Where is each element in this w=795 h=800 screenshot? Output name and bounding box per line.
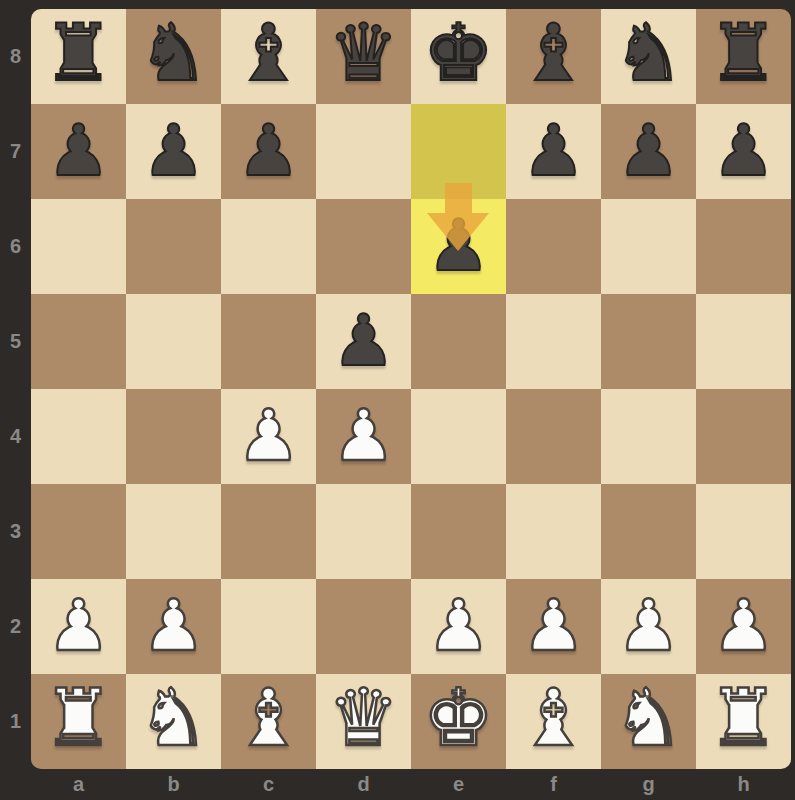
square-b6[interactable] (126, 199, 221, 294)
file-label-c: c (221, 769, 316, 800)
file-labels: abcdefgh (31, 769, 791, 800)
square-b1[interactable]: ♞ (126, 674, 221, 769)
piece-white-pawn[interactable]: ♟ (332, 400, 396, 471)
square-a8[interactable]: ♜ (31, 9, 126, 104)
piece-black-queen[interactable]: ♛ (328, 14, 399, 93)
square-h4[interactable] (696, 389, 791, 484)
square-h3[interactable] (696, 484, 791, 579)
file-label-a: a (31, 769, 126, 800)
piece-black-pawn[interactable]: ♟ (617, 115, 681, 186)
file-label-d: d (316, 769, 411, 800)
square-g3[interactable] (601, 484, 696, 579)
file-label-h: h (696, 769, 791, 800)
square-c4[interactable]: ♟ (221, 389, 316, 484)
square-d4[interactable]: ♟ (316, 389, 411, 484)
square-e8[interactable]: ♚ (411, 9, 506, 104)
square-c6[interactable] (221, 199, 316, 294)
square-a2[interactable]: ♟ (31, 579, 126, 674)
square-g1[interactable]: ♞ (601, 674, 696, 769)
square-c7[interactable]: ♟ (221, 104, 316, 199)
piece-black-pawn[interactable]: ♟ (712, 115, 776, 186)
square-f2[interactable]: ♟ (506, 579, 601, 674)
square-h6[interactable] (696, 199, 791, 294)
square-b8[interactable]: ♞ (126, 9, 221, 104)
piece-white-knight[interactable]: ♞ (138, 679, 209, 758)
square-g7[interactable]: ♟ (601, 104, 696, 199)
square-h2[interactable]: ♟ (696, 579, 791, 674)
rank-label-2: 2 (0, 579, 31, 674)
square-b4[interactable] (126, 389, 221, 484)
square-b3[interactable] (126, 484, 221, 579)
square-d8[interactable]: ♛ (316, 9, 411, 104)
square-b7[interactable]: ♟ (126, 104, 221, 199)
piece-white-pawn[interactable]: ♟ (712, 590, 776, 661)
square-a4[interactable] (31, 389, 126, 484)
piece-black-pawn[interactable]: ♟ (47, 115, 111, 186)
chess-app: 87654321 abcdefgh ♜♞♝♛♚♝♞♜♟♟♟♟♟♟♟♟♟♟♟♟♟♟… (0, 0, 795, 800)
rank-label-4: 4 (0, 389, 31, 484)
square-e1[interactable]: ♚ (411, 674, 506, 769)
square-a5[interactable] (31, 294, 126, 389)
square-g4[interactable] (601, 389, 696, 484)
square-d3[interactable] (316, 484, 411, 579)
square-e7[interactable] (411, 104, 506, 199)
piece-white-pawn[interactable]: ♟ (142, 590, 206, 661)
piece-black-pawn[interactable]: ♟ (142, 115, 206, 186)
square-b5[interactable] (126, 294, 221, 389)
piece-black-pawn[interactable]: ♟ (237, 115, 301, 186)
piece-black-pawn[interactable]: ♟ (427, 210, 491, 281)
rank-label-6: 6 (0, 199, 31, 294)
square-f4[interactable] (506, 389, 601, 484)
square-c3[interactable] (221, 484, 316, 579)
piece-black-knight[interactable]: ♞ (138, 14, 209, 93)
piece-white-king[interactable]: ♚ (423, 679, 494, 758)
piece-black-king[interactable]: ♚ (423, 14, 494, 93)
piece-white-rook[interactable]: ♜ (43, 679, 114, 758)
rank-label-3: 3 (0, 484, 31, 579)
square-b2[interactable]: ♟ (126, 579, 221, 674)
piece-white-pawn[interactable]: ♟ (522, 590, 586, 661)
square-a6[interactable] (31, 199, 126, 294)
file-label-e: e (411, 769, 506, 800)
piece-black-bishop[interactable]: ♝ (233, 14, 304, 93)
file-label-b: b (126, 769, 221, 800)
piece-white-knight[interactable]: ♞ (613, 679, 684, 758)
piece-white-rook[interactable]: ♜ (708, 679, 779, 758)
square-d1[interactable]: ♛ (316, 674, 411, 769)
square-f5[interactable] (506, 294, 601, 389)
square-f6[interactable] (506, 199, 601, 294)
piece-white-pawn[interactable]: ♟ (237, 400, 301, 471)
rank-label-8: 8 (0, 9, 31, 104)
square-a7[interactable]: ♟ (31, 104, 126, 199)
square-h1[interactable]: ♜ (696, 674, 791, 769)
piece-black-bishop[interactable]: ♝ (518, 14, 589, 93)
rank-label-7: 7 (0, 104, 31, 199)
rank-label-5: 5 (0, 294, 31, 389)
square-g5[interactable] (601, 294, 696, 389)
square-e2[interactable]: ♟ (411, 579, 506, 674)
chess-board[interactable]: ♜♞♝♛♚♝♞♜♟♟♟♟♟♟♟♟♟♟♟♟♟♟♟♟♜♞♝♛♚♝♞♜ (31, 9, 791, 769)
square-g8[interactable]: ♞ (601, 9, 696, 104)
square-a1[interactable]: ♜ (31, 674, 126, 769)
rank-label-1: 1 (0, 674, 31, 769)
square-h5[interactable] (696, 294, 791, 389)
square-c2[interactable] (221, 579, 316, 674)
square-h8[interactable]: ♜ (696, 9, 791, 104)
piece-white-pawn[interactable]: ♟ (427, 590, 491, 661)
piece-black-pawn[interactable]: ♟ (522, 115, 586, 186)
square-e4[interactable] (411, 389, 506, 484)
square-d6[interactable] (316, 199, 411, 294)
square-h7[interactable]: ♟ (696, 104, 791, 199)
square-a3[interactable] (31, 484, 126, 579)
file-label-f: f (506, 769, 601, 800)
square-e5[interactable] (411, 294, 506, 389)
square-e6[interactable]: ♟ (411, 199, 506, 294)
square-d7[interactable] (316, 104, 411, 199)
square-f3[interactable] (506, 484, 601, 579)
piece-white-pawn[interactable]: ♟ (47, 590, 111, 661)
square-f7[interactable]: ♟ (506, 104, 601, 199)
square-c8[interactable]: ♝ (221, 9, 316, 104)
square-c5[interactable] (221, 294, 316, 389)
square-e3[interactable] (411, 484, 506, 579)
file-label-g: g (601, 769, 696, 800)
piece-black-rook[interactable]: ♜ (43, 14, 114, 93)
piece-white-pawn[interactable]: ♟ (617, 590, 681, 661)
piece-black-knight[interactable]: ♞ (613, 14, 684, 93)
piece-white-bishop[interactable]: ♝ (518, 679, 589, 758)
square-c1[interactable]: ♝ (221, 674, 316, 769)
piece-white-queen[interactable]: ♛ (328, 679, 399, 758)
square-f8[interactable]: ♝ (506, 9, 601, 104)
square-d5[interactable]: ♟ (316, 294, 411, 389)
square-d2[interactable] (316, 579, 411, 674)
square-g6[interactable] (601, 199, 696, 294)
rank-labels: 87654321 (0, 9, 31, 769)
square-f1[interactable]: ♝ (506, 674, 601, 769)
piece-black-rook[interactable]: ♜ (708, 14, 779, 93)
piece-white-bishop[interactable]: ♝ (233, 679, 304, 758)
square-g2[interactable]: ♟ (601, 579, 696, 674)
piece-black-pawn[interactable]: ♟ (332, 305, 396, 376)
